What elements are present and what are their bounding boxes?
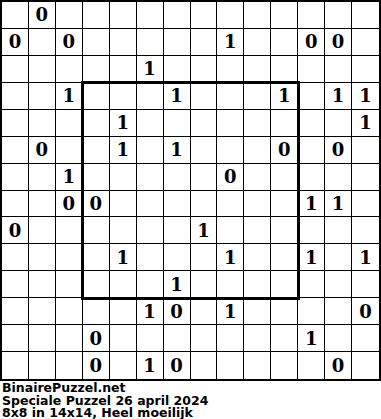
grid-cell-r0c6[interactable] [164,2,191,29]
grid-cell-r11c4[interactable] [110,298,137,325]
grid-cell-r2c7[interactable] [191,56,218,83]
grid-cell-r3c6: 1 [164,83,191,110]
grid-cell-r6c7[interactable] [191,164,218,191]
puzzle-footer: BinairePuzzel.net Speciale Puzzel 26 apr… [0,381,381,419]
grid-cell-r3c2: 1 [56,83,83,110]
grid-cell-r12c3: 0 [83,325,110,352]
grid-cell-r9c3[interactable] [83,244,110,271]
grid-cell-r2c5: 1 [137,56,164,83]
grid-cell-r2c10[interactable] [271,56,298,83]
grid-cell-r2c8[interactable] [217,56,244,83]
grid-cell-r4c12[interactable] [325,110,352,137]
grid-cell-r3c10: 1 [271,83,298,110]
grid-cell-r0c10[interactable] [271,2,298,29]
grid-cell-r5c2[interactable] [56,137,83,164]
grid-cell-r12c5[interactable] [137,325,164,352]
grid-cell-r3c12: 1 [325,83,352,110]
grid-cell-r6c5[interactable] [137,164,164,191]
grid-cell-r3c7[interactable] [191,83,218,110]
grid-cell-r10c2[interactable] [56,271,83,298]
grid-cell-r13c12: 0 [325,352,352,379]
grid-cell-r3c3[interactable] [83,83,110,110]
grid-cell-r11c5: 1 [137,298,164,325]
grid-cell-r11c0[interactable] [2,298,29,325]
grid-cell-r4c11[interactable] [298,110,325,137]
grid-cell-r10c1[interactable] [29,271,56,298]
grid-cell-r5c7[interactable] [191,137,218,164]
grid-cell-r13c8[interactable] [217,352,244,379]
grid-cell-r4c7[interactable] [191,110,218,137]
grid-cell-r13c2[interactable] [56,352,83,379]
grid-cell-r11c8: 1 [217,298,244,325]
grid-cell-r9c11: 1 [298,244,325,271]
grid-cell-r7c9[interactable] [244,191,271,218]
grid-cell-r2c13[interactable] [352,56,379,83]
grid-cell-r0c4[interactable] [110,2,137,29]
grid-cell-r6c8: 0 [217,164,244,191]
grid-cell-r6c12[interactable] [325,164,352,191]
grid-cell-r8c8[interactable] [217,217,244,244]
grid-cell-r1c4[interactable] [110,29,137,56]
grid-cell-r4c13: 1 [352,110,379,137]
grid-cell-r0c8[interactable] [217,2,244,29]
grid-cell-r8c4[interactable] [110,217,137,244]
grid-cell-r12c4[interactable] [110,325,137,352]
grid-cell-r12c7[interactable] [191,325,218,352]
grid-cell-r11c13: 0 [352,298,379,325]
grid-cell-r7c8[interactable] [217,191,244,218]
grid-cell-r12c12[interactable] [325,325,352,352]
grid-cell-r8c3[interactable] [83,217,110,244]
grid-cell-r11c1[interactable] [29,298,56,325]
grid-cell-r8c12[interactable] [325,217,352,244]
grid-cell-r9c6[interactable] [164,244,191,271]
grid-cell-r13c13[interactable] [352,352,379,379]
grid-cell-r9c2[interactable] [56,244,83,271]
grid-cell-r9c13: 1 [352,244,379,271]
grid-cell-r3c9[interactable] [244,83,271,110]
grid-cell-r5c10: 0 [271,137,298,164]
grid-cell-r10c10[interactable] [271,271,298,298]
grid-cell-r12c10[interactable] [271,325,298,352]
grid-cell-r6c10[interactable] [271,164,298,191]
grid-cell-r1c2: 0 [56,29,83,56]
grid-cell-r8c9[interactable] [244,217,271,244]
grid-cell-r6c13[interactable] [352,164,379,191]
grid-cell-r12c2[interactable] [56,325,83,352]
grid-cell-r1c9[interactable] [244,29,271,56]
grid-cell-r11c9[interactable] [244,298,271,325]
grid-cell-r0c12[interactable] [325,2,352,29]
grid-cell-r1c5[interactable] [137,29,164,56]
grid-cell-r6c3[interactable] [83,164,110,191]
grid-cell-r9c10[interactable] [271,244,298,271]
grid-cell-r8c2[interactable] [56,217,83,244]
grid-cell-r1c3[interactable] [83,29,110,56]
grid-cell-r9c0[interactable] [2,244,29,271]
grid-cell-r2c2[interactable] [56,56,83,83]
grid-cell-r5c11[interactable] [298,137,325,164]
grid-cell-r8c7: 1 [191,217,218,244]
grid-cell-r5c9[interactable] [244,137,271,164]
grid-cell-r0c13[interactable] [352,2,379,29]
grid-cell-r3c5[interactable] [137,83,164,110]
grid-cell-r0c2[interactable] [56,2,83,29]
grid-cell-r8c13[interactable] [352,217,379,244]
grid-cell-r5c3[interactable] [83,137,110,164]
grid-cell-r12c6[interactable] [164,325,191,352]
grid-cell-r1c1[interactable] [29,29,56,56]
grid-cell-r10c6: 1 [164,271,191,298]
grid-cell-r6c2: 1 [56,164,83,191]
grid-cell-r3c11[interactable] [298,83,325,110]
grid-cell-r2c11[interactable] [298,56,325,83]
grid-cell-r5c6: 1 [164,137,191,164]
grid-cell-r3c13: 1 [352,83,379,110]
grid-cell-r1c0: 0 [2,29,29,56]
grid-cell-r4c1[interactable] [29,110,56,137]
grid-cell-r13c4[interactable] [110,352,137,379]
puzzle-page: 0001001111111101100100011011111110100101… [0,0,381,419]
grid-cell-r11c10[interactable] [271,298,298,325]
grid-cell-r13c7[interactable] [191,352,218,379]
grid-cell-r10c7[interactable] [191,271,218,298]
grid-cell-r8c6[interactable] [164,217,191,244]
grid-cell-r7c13[interactable] [352,191,379,218]
grid-cell-r13c11[interactable] [298,352,325,379]
grid-cell-r7c6[interactable] [164,191,191,218]
grid-cell-r9c5[interactable] [137,244,164,271]
grid-cell-r5c4: 1 [110,137,137,164]
grid-cell-r1c12: 0 [325,29,352,56]
grid-cell-r2c3[interactable] [83,56,110,83]
grid-cell-r2c4[interactable] [110,56,137,83]
grid-cell-r10c13[interactable] [352,271,379,298]
grid-cell-r2c1[interactable] [29,56,56,83]
grid-cell-r0c1: 0 [29,2,56,29]
grid-cell-r10c8[interactable] [217,271,244,298]
grid-cell-r3c4[interactable] [110,83,137,110]
grid-cell-r7c2: 0 [56,191,83,218]
grid-cell-r7c12: 1 [325,191,352,218]
grid-cell-r6c6[interactable] [164,164,191,191]
grid-cell-r7c10[interactable] [271,191,298,218]
grid-cell-r2c6[interactable] [164,56,191,83]
grid-cell-r4c5[interactable] [137,110,164,137]
grid-cell-r11c6: 0 [164,298,191,325]
grid-cell-r10c3[interactable] [83,271,110,298]
grid-cell-r11c3[interactable] [83,298,110,325]
grid-cell-r12c13[interactable] [352,325,379,352]
grid-cell-r2c0[interactable] [2,56,29,83]
grid-cell-r8c11[interactable] [298,217,325,244]
grid-cell-r11c2[interactable] [56,298,83,325]
grid-cell-r12c9[interactable] [244,325,271,352]
grid-cell-r0c7[interactable] [191,2,218,29]
grid-cell-r5c1: 0 [29,137,56,164]
grid-cell-r5c12: 0 [325,137,352,164]
grid-cell-r2c12[interactable] [325,56,352,83]
grid-cell-r7c1[interactable] [29,191,56,218]
grid-cell-r0c3[interactable] [83,2,110,29]
grid-cell-r4c4: 1 [110,110,137,137]
grid-cell-r11c12[interactable] [325,298,352,325]
grid-cell-r12c0[interactable] [2,325,29,352]
grid-cell-r12c11: 1 [298,325,325,352]
grid-cell-r7c0[interactable] [2,191,29,218]
grid-cell-r4c2[interactable] [56,110,83,137]
grid-cell-r6c11[interactable] [298,164,325,191]
grid-cell-r9c4: 1 [110,244,137,271]
grid-cell-r7c11: 1 [298,191,325,218]
grid-cell-r4c10[interactable] [271,110,298,137]
grid-cell-r10c4[interactable] [110,271,137,298]
grid-cell-r8c10[interactable] [271,217,298,244]
grid-cell-r6c0[interactable] [2,164,29,191]
grid-cell-r1c7[interactable] [191,29,218,56]
grid-cell-r9c8: 1 [217,244,244,271]
grid-cell-r11c7[interactable] [191,298,218,325]
grid-cell-r10c0[interactable] [2,271,29,298]
grid-cell-r4c0[interactable] [2,110,29,137]
grid-cell-r1c8: 1 [217,29,244,56]
grid-cell-r13c0[interactable] [2,352,29,379]
grid-cell-r13c1[interactable] [29,352,56,379]
grid-cell-r7c5[interactable] [137,191,164,218]
grid-cell-r10c5[interactable] [137,271,164,298]
grid-cell-r13c9[interactable] [244,352,271,379]
grid-cell-r10c12[interactable] [325,271,352,298]
grid-cell-r5c0[interactable] [2,137,29,164]
grid-cell-r9c7[interactable] [191,244,218,271]
grid-cell-r7c3: 0 [83,191,110,218]
grid-cell-r0c0[interactable] [2,2,29,29]
grid-cell-r5c13[interactable] [352,137,379,164]
grid-cell-r4c8[interactable] [217,110,244,137]
grid-cell-r2c9[interactable] [244,56,271,83]
puzzle-subtitle: 8x8 in 14x14, Heel moeilijk [2,407,379,419]
binary-puzzle-grid: 0001001111111101100100011011111110100101… [0,0,381,381]
grid-cell-r1c6[interactable] [164,29,191,56]
grid-cell-r3c0[interactable] [2,83,29,110]
grid-cell-r7c4[interactable] [110,191,137,218]
grid-cell-r0c9[interactable] [244,2,271,29]
grid-cell-r8c0: 0 [2,217,29,244]
grid-cell-r4c9[interactable] [244,110,271,137]
grid-cell-r5c8[interactable] [217,137,244,164]
grid-cell-r6c9[interactable] [244,164,271,191]
grid-cell-r5c5[interactable] [137,137,164,164]
grid-cell-r12c1[interactable] [29,325,56,352]
grid-cell-r3c1[interactable] [29,83,56,110]
grid-cell-r4c3[interactable] [83,110,110,137]
grid-cell-r13c6: 0 [164,352,191,379]
grid-cell-r9c12[interactable] [325,244,352,271]
grid-cell-r13c10[interactable] [271,352,298,379]
grid-cell-r8c5[interactable] [137,217,164,244]
grid-cell-r9c9[interactable] [244,244,271,271]
grid-cell-r9c1[interactable] [29,244,56,271]
grid-cell-r1c13[interactable] [352,29,379,56]
grid-cell-r6c4[interactable] [110,164,137,191]
grid-cell-r13c5: 1 [137,352,164,379]
grid-cell-r12c8[interactable] [217,325,244,352]
grid-cell-r13c3: 0 [83,352,110,379]
grid-cell-r7c7[interactable] [191,191,218,218]
grid-cell-r0c11[interactable] [298,2,325,29]
grid-cell-r10c9[interactable] [244,271,271,298]
grid-cell-r1c10[interactable] [271,29,298,56]
grid-cell-r3c8[interactable] [217,83,244,110]
grid-cell-r10c11[interactable] [298,271,325,298]
grid-cell-r6c1[interactable] [29,164,56,191]
grid-cell-r8c1[interactable] [29,217,56,244]
grid-cell-r1c11: 0 [298,29,325,56]
grid-cell-r11c11[interactable] [298,298,325,325]
grid-cell-r0c5[interactable] [137,2,164,29]
grid-cell-r4c6[interactable] [164,110,191,137]
